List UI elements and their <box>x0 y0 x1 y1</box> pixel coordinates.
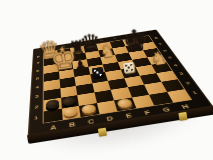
light-knight-glyph: ♞ <box>98 41 116 60</box>
brass-hinge-right <box>178 112 187 121</box>
light-checker-disc <box>63 106 78 117</box>
black-die-face-3 <box>92 66 104 78</box>
photo: ABCDEFGH ABCDEFGH 87654321 87654321 ♛♜♛♞… <box>0 0 213 160</box>
light-knight-glyph: ♞ <box>150 48 169 69</box>
coord-label: 2 <box>29 100 44 113</box>
dark-checker-disc <box>62 96 76 106</box>
coord-label: 4 <box>30 82 43 93</box>
coord-label: 1 <box>28 111 43 125</box>
white-die-face-5 <box>123 62 135 74</box>
coord-label: 3 <box>30 91 44 103</box>
brass-hinge-left <box>98 128 107 137</box>
coord-label: 5 <box>31 73 44 83</box>
coord-label: 6 <box>31 66 43 76</box>
rank-labels-left: 87654321 <box>28 52 43 125</box>
pieces-layer: ♛♜♛♞♚♚♟♞ <box>44 36 191 123</box>
light-checker-disc <box>81 104 97 115</box>
light-checker-disc <box>116 98 133 109</box>
dark-pawn-glyph: ♟ <box>73 57 87 72</box>
dark-king-glyph: ♚ <box>121 25 150 57</box>
dark-checker-disc <box>46 99 60 109</box>
board-tilt-wrapper: ABCDEFGH ABCDEFGH 87654321 87654321 ♛♜♛♞… <box>0 0 213 160</box>
